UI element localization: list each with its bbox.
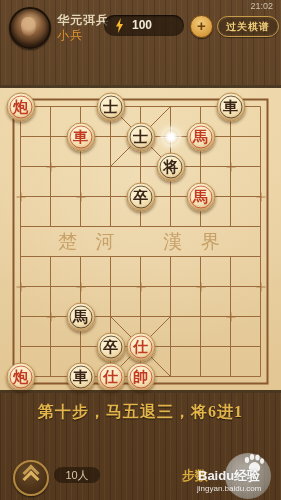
piece-red-炮[interactable]: 炮 bbox=[6, 362, 35, 391]
last-move-origin-highlight bbox=[163, 129, 178, 144]
point-marker bbox=[256, 282, 265, 291]
piece-red-車[interactable]: 車 bbox=[66, 122, 95, 151]
piece-black-車[interactable]: 車 bbox=[66, 362, 95, 391]
piece-red-馬[interactable]: 馬 bbox=[186, 182, 215, 211]
point-marker bbox=[256, 192, 265, 201]
point-marker bbox=[76, 192, 85, 201]
point-marker bbox=[226, 312, 235, 321]
point-marker bbox=[46, 162, 55, 171]
piece-black-卒[interactable]: 卒 bbox=[96, 332, 125, 361]
piece-black-士[interactable]: 士 bbox=[126, 122, 155, 151]
piece-black-将[interactable]: 将 bbox=[156, 152, 185, 181]
player-avatar[interactable] bbox=[9, 7, 51, 49]
point-marker bbox=[16, 192, 25, 201]
expand-up-button[interactable] bbox=[13, 460, 49, 496]
add-energy-button[interactable]: + bbox=[190, 15, 213, 38]
board-bottom-edge bbox=[0, 390, 281, 393]
piece-black-卒[interactable]: 卒 bbox=[126, 182, 155, 211]
point-marker bbox=[46, 312, 55, 321]
river-label-chu-he: 楚 河 bbox=[58, 229, 122, 255]
river-label-han-jie: 漢 界 bbox=[163, 229, 227, 255]
bottom-bar: 10人 步数 Baidu经验 jingyan.baidu.com bbox=[0, 445, 281, 500]
piece-black-馬[interactable]: 馬 bbox=[66, 302, 95, 331]
point-marker bbox=[196, 282, 205, 291]
watermark-url: jingyan.baidu.com bbox=[197, 484, 261, 493]
energy-meter: 100 bbox=[104, 15, 184, 36]
lightning-icon bbox=[114, 18, 125, 33]
piece-red-帥[interactable]: 帥 bbox=[126, 362, 155, 391]
piece-red-馬[interactable]: 馬 bbox=[186, 122, 215, 151]
move-caption: 第十步，马五退三，将6进1 bbox=[0, 402, 281, 423]
energy-value: 100 bbox=[132, 18, 152, 32]
top-bar: 21:02 华元弭兵 小兵 100 + 过关棋谱 bbox=[0, 0, 281, 85]
online-players-badge: 10人 bbox=[54, 467, 100, 483]
clock-time: 21:02 bbox=[250, 1, 273, 11]
player-rank: 小兵 bbox=[57, 27, 83, 44]
piece-red-仕[interactable]: 仕 bbox=[126, 332, 155, 361]
puzzle-book-button[interactable]: 过关棋谱 bbox=[217, 16, 279, 37]
watermark-brand: Baidu经验 bbox=[198, 467, 260, 485]
piece-black-車[interactable]: 車 bbox=[216, 92, 245, 121]
point-marker bbox=[16, 282, 25, 291]
xiangqi-board[interactable]: 楚 河 漢 界 炮士車車士馬将卒馬馬卒仕炮車仕帥 bbox=[0, 85, 281, 393]
point-marker bbox=[76, 282, 85, 291]
xiangqi-app-screen: 21:02 华元弭兵 小兵 100 + 过关棋谱 楚 河 漢 bbox=[0, 0, 281, 500]
piece-black-士[interactable]: 士 bbox=[96, 92, 125, 121]
piece-red-炮[interactable]: 炮 bbox=[6, 92, 35, 121]
point-marker bbox=[226, 162, 235, 171]
point-marker bbox=[136, 282, 145, 291]
piece-red-仕[interactable]: 仕 bbox=[96, 362, 125, 391]
